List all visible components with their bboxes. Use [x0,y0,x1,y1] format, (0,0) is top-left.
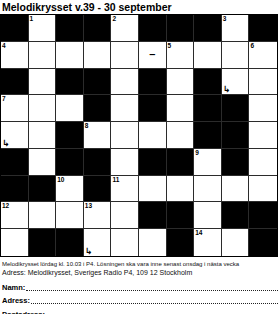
cell-r9c4[interactable]: ↳ [84,229,112,256]
cell-r3c5[interactable] [111,69,139,96]
turn-arrow-icon: ↳ [223,85,231,94]
cell-r8c6 [139,202,167,229]
cell-r5c3 [56,122,84,149]
cell-r2c10[interactable]: 6 [249,42,277,69]
cell-r1c8 [194,15,222,42]
cell-r7c8[interactable] [194,176,222,203]
cell-r8c1[interactable]: 12 [1,202,29,229]
cell-r1c4 [84,15,112,42]
clue-number: 9 [195,149,199,156]
cell-r9c5[interactable] [111,229,139,256]
page-title: Melodikrysset v.39 - 30 september [0,0,280,14]
cell-r4c4 [84,95,112,122]
cell-r5c7[interactable] [167,122,195,149]
crossword-grid: 1234–56↳7↳8910111213↳14 [0,14,278,257]
clue-number: 13 [85,202,92,209]
cell-r9c3 [56,229,84,256]
cell-r2c3[interactable] [56,42,84,69]
cell-r9c8[interactable]: 14 [194,229,222,256]
cell-r8c4[interactable]: 13 [84,202,112,229]
postal-label: Postadress: [2,310,45,314]
clue-number: 11 [112,176,119,183]
cell-r1c9[interactable]: 3 [222,15,250,42]
cell-r7c9[interactable] [222,176,250,203]
cell-r4c5[interactable] [111,95,139,122]
cell-r2c7[interactable]: 5 [167,42,195,69]
cell-r3c3 [56,69,84,96]
clue-number: 10 [57,176,64,183]
cell-r4c2[interactable] [29,95,57,122]
cell-r2c1[interactable]: 4 [1,42,29,69]
cell-r5c6[interactable] [139,122,167,149]
cell-r9c1[interactable] [1,229,29,256]
clue-number: 6 [250,42,254,49]
cell-r2c6[interactable]: – [139,42,167,69]
cell-r4c7[interactable] [167,95,195,122]
broadcast-info: Melodikrysset lördag kl. 10.03 i P4. Lös… [2,260,278,268]
mail-address: Adress: Melodikrysset, Sveriges Radio P4… [2,268,278,278]
cell-r2c4[interactable] [84,42,112,69]
cell-r2c8[interactable] [194,42,222,69]
clue-number: 14 [195,229,202,236]
cell-r6c2[interactable] [29,149,57,176]
cell-r9c2 [29,229,57,256]
cell-r6c9 [222,149,250,176]
cell-r9c9[interactable] [222,229,250,256]
cell-r4c8 [194,95,222,122]
clue-number: 4 [2,42,6,49]
dash-symbol: – [149,49,155,59]
cell-r6c7 [167,149,195,176]
cell-r9c6[interactable] [139,229,167,256]
cell-r2c2[interactable] [29,42,57,69]
cell-r3c2[interactable] [29,69,57,96]
cell-r7c10[interactable] [249,176,277,203]
cell-r8c10 [249,202,277,229]
cell-r7c5[interactable]: 11 [111,176,139,203]
cell-r4c3[interactable] [56,95,84,122]
clue-number: 3 [223,15,227,22]
cell-r1c10 [249,15,277,42]
cell-r7c4 [84,176,112,203]
cell-r8c9 [222,202,250,229]
cell-r9c7 [167,229,195,256]
postal-field-row: Postadress: [2,310,278,314]
footer: Melodikrysset lördag kl. 10.03 i P4. Lös… [0,257,280,314]
cell-r8c3[interactable] [56,202,84,229]
cell-r7c3[interactable]: 10 [56,176,84,203]
cell-r6c8[interactable]: 9 [194,149,222,176]
cell-r3c9[interactable]: ↳ [222,69,250,96]
cell-r1c7 [167,15,195,42]
cell-r1c6 [139,15,167,42]
cell-r5c4[interactable]: 8 [84,122,112,149]
cell-r5c5[interactable] [111,122,139,149]
cell-r7c1 [1,176,29,203]
cell-r1c3 [56,15,84,42]
cell-r3c10[interactable] [249,69,277,96]
cell-r3c6 [139,69,167,96]
cell-r5c8 [194,122,222,149]
cell-r8c8[interactable] [194,202,222,229]
cell-r1c1 [1,15,29,42]
cell-r5c10[interactable] [249,122,277,149]
cell-r6c6 [139,149,167,176]
cell-r3c7[interactable] [167,69,195,96]
cell-r4c10[interactable] [249,95,277,122]
cell-r8c2[interactable] [29,202,57,229]
cell-r7c6[interactable] [139,176,167,203]
cell-r2c5[interactable] [111,42,139,69]
clue-number: 12 [2,202,9,209]
cell-r6c4 [84,149,112,176]
address-field-row: Adress: [2,296,278,305]
cell-r1c5[interactable]: 2 [111,15,139,42]
turn-arrow-icon: ↳ [85,247,93,256]
cell-r5c1[interactable]: ↳ [1,122,29,149]
address-input-line[interactable] [31,302,278,304]
clue-number: 1 [30,15,34,22]
clue-number: 2 [112,15,116,22]
clue-number: 5 [168,42,172,49]
address-label: Adress: [2,296,30,305]
melodikrysset-page: Melodikrysset v.39 - 30 september 1234–5… [0,0,280,314]
cell-r8c5[interactable] [111,202,139,229]
cell-r6c1 [1,149,29,176]
cell-r8c7 [167,202,195,229]
cell-r9c10 [249,229,277,256]
name-input-line[interactable] [26,289,278,291]
cell-r5c2[interactable] [29,122,57,149]
cell-r2c9[interactable] [222,42,250,69]
cell-r5c9 [222,122,250,149]
cell-r3c8 [194,69,222,96]
cell-r3c1 [1,69,29,96]
cell-r4c9 [222,95,250,122]
cell-r1c2[interactable]: 1 [29,15,57,42]
name-field-row: Namn: [2,283,278,292]
cell-r6c5[interactable] [111,149,139,176]
cell-r6c3 [56,149,84,176]
turn-arrow-icon: ↳ [2,139,10,148]
cell-r7c2 [29,176,57,203]
name-label: Namn: [2,283,25,292]
cell-r6c10[interactable] [249,149,277,176]
cell-r7c7[interactable] [167,176,195,203]
cell-r4c1[interactable]: 7 [1,95,29,122]
clue-number: 7 [2,95,6,102]
clue-number: 8 [85,122,89,129]
cell-r3c4 [84,69,112,96]
cell-r4c6 [139,95,167,122]
